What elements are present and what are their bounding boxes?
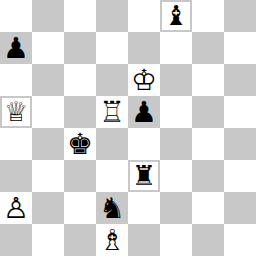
square-e3[interactable]: ♜ [128,160,160,192]
piece-black-pawn-a7[interactable]: ♟ [0,32,32,64]
square-h5[interactable] [224,96,256,128]
square-a7[interactable]: ♟ [0,32,32,64]
square-d6[interactable] [96,64,128,96]
square-d4[interactable] [96,128,128,160]
square-b6[interactable] [32,64,64,96]
square-g5[interactable] [192,96,224,128]
square-c8[interactable] [64,0,96,32]
piece-white-king-e6[interactable]: ♔ [128,64,160,96]
piece-white-rook-d5[interactable]: ♖ [96,96,128,128]
square-d1[interactable]: ♗ [96,224,128,256]
square-e4[interactable] [128,128,160,160]
square-g4[interactable] [192,128,224,160]
square-h2[interactable] [224,192,256,224]
piece-black-bishop-f8[interactable]: ♝ [162,2,190,30]
piece-white-bishop-d1[interactable]: ♗ [96,224,128,256]
square-h7[interactable] [224,32,256,64]
square-f2[interactable] [160,192,192,224]
square-e6[interactable]: ♔ [128,64,160,96]
square-c6[interactable] [64,64,96,96]
square-c2[interactable] [64,192,96,224]
square-h1[interactable] [224,224,256,256]
square-h6[interactable] [224,64,256,96]
square-c7[interactable] [64,32,96,64]
square-h4[interactable] [224,128,256,160]
piece-white-queen-a5[interactable]: ♕ [2,98,30,126]
square-a1[interactable] [0,224,32,256]
square-c1[interactable] [64,224,96,256]
square-e5[interactable]: ♟ [128,96,160,128]
square-d7[interactable] [96,32,128,64]
square-d5[interactable]: ♖ [96,96,128,128]
square-e2[interactable] [128,192,160,224]
square-e8[interactable] [128,0,160,32]
square-f4[interactable] [160,128,192,160]
square-a3[interactable] [0,160,32,192]
square-a4[interactable] [0,128,32,160]
piece-black-king-c4[interactable]: ♚ [64,128,96,160]
square-h3[interactable] [224,160,256,192]
square-f1[interactable] [160,224,192,256]
piece-white-pawn-a2[interactable]: ♙ [0,192,32,224]
square-a8[interactable] [0,0,32,32]
chess-board: ♝♟♔♕♖♟♚♜♙♞♗ [0,0,256,256]
square-a6[interactable] [0,64,32,96]
square-d8[interactable] [96,0,128,32]
square-b3[interactable] [32,160,64,192]
square-c3[interactable] [64,160,96,192]
square-c4[interactable]: ♚ [64,128,96,160]
square-c5[interactable] [64,96,96,128]
square-g2[interactable] [192,192,224,224]
square-b7[interactable] [32,32,64,64]
piece-black-rook-e3[interactable]: ♜ [130,162,158,190]
square-h8[interactable] [224,0,256,32]
square-f6[interactable] [160,64,192,96]
square-g7[interactable] [192,32,224,64]
square-f5[interactable] [160,96,192,128]
square-b1[interactable] [32,224,64,256]
square-d3[interactable] [96,160,128,192]
square-f8[interactable]: ♝ [160,0,192,32]
square-b5[interactable] [32,96,64,128]
square-f7[interactable] [160,32,192,64]
square-g1[interactable] [192,224,224,256]
piece-black-knight-d2[interactable]: ♞ [96,192,128,224]
square-g6[interactable] [192,64,224,96]
square-b2[interactable] [32,192,64,224]
square-e7[interactable] [128,32,160,64]
square-a2[interactable]: ♙ [0,192,32,224]
square-b4[interactable] [32,128,64,160]
square-f3[interactable] [160,160,192,192]
square-g3[interactable] [192,160,224,192]
piece-black-pawn-e5[interactable]: ♟ [128,96,160,128]
square-g8[interactable] [192,0,224,32]
square-a5[interactable]: ♕ [0,96,32,128]
square-e1[interactable] [128,224,160,256]
square-d2[interactable]: ♞ [96,192,128,224]
square-b8[interactable] [32,0,64,32]
